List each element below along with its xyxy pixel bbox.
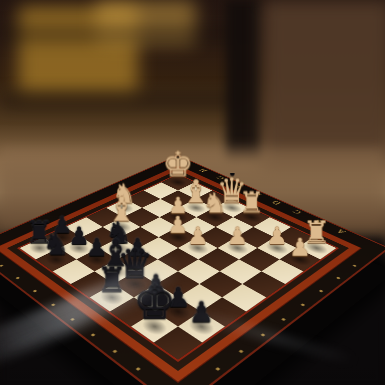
wood-post-blur: [226, 0, 262, 158]
shelf-edge-blur-2: [0, 96, 240, 106]
white-pawn-icon: ♟: [215, 224, 259, 248]
black-knight-icon: ♞: [34, 229, 79, 260]
white-rook-icon: ♜: [231, 188, 272, 217]
back-wall-blur: [262, 0, 385, 165]
shelf-edge-blur: [0, 30, 260, 38]
photo-scene: ABCDEFGH ♜♜♛♚♟♟♞♝♟♟♟♟♞♝♟♞♟♟♟♛♝♟♟♟♚♜♞♜: [0, 0, 385, 385]
white-pawn-icon: ♟: [277, 235, 322, 260]
white-knight-icon: ♞: [194, 189, 235, 217]
white-pawn-icon: ♟: [176, 224, 220, 248]
